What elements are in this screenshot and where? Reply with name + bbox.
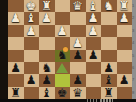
square-b7[interactable]: ♝ (101, 74, 117, 86)
square-g4[interactable] (24, 37, 40, 49)
status-bar (0, 99, 136, 102)
piece-bP-a7[interactable]: ♟ (119, 74, 130, 86)
piece-bB-b7[interactable]: ♝ (103, 74, 114, 86)
square-f8[interactable]: ♝ (39, 87, 55, 99)
square-g3[interactable]: ♟ (24, 25, 40, 37)
square-e3[interactable]: ♟ (55, 25, 71, 37)
piece-wP-e3[interactable]: ♟ (57, 25, 68, 37)
square-h7[interactable] (8, 74, 24, 86)
square-d5[interactable]: ♟ (70, 50, 86, 62)
square-d7[interactable]: ♟ (70, 74, 86, 86)
square-c5[interactable]: ♟ (86, 50, 102, 62)
square-d2[interactable] (70, 12, 86, 24)
piece-bP-d5[interactable]: ♟ (72, 49, 83, 61)
piece-bR-b8[interactable]: ♜ (103, 87, 114, 99)
square-c2[interactable]: ♟ (86, 12, 102, 24)
piece-wP-h2[interactable]: ♟ (10, 12, 21, 24)
square-b4[interactable] (101, 37, 117, 49)
square-e7[interactable] (55, 74, 71, 86)
chess-app-screenshot: ♚♜♛♝♞♜♟♝♟♟♟♟♟♟♟♞♟♟♟♞♟♟♟♟♝♟♜♝♚♛♜ 12345678 (0, 0, 136, 102)
square-b8[interactable]: ♜ (101, 87, 117, 99)
piece-wP-f2[interactable]: ♟ (41, 12, 52, 24)
square-d1[interactable]: ♛ (70, 0, 86, 12)
left-margin (0, 0, 8, 99)
piece-wQ-d1[interactable]: ♛ (72, 0, 83, 12)
piece-bP-c5[interactable]: ♟ (88, 49, 99, 61)
rank-label-6: 6 (130, 66, 136, 70)
piece-wP-c3[interactable]: ♟ (88, 25, 99, 37)
square-g7[interactable]: ♟ (24, 74, 40, 86)
square-d8[interactable]: ♛ (70, 87, 86, 99)
piece-bQ-d8[interactable]: ♛ (72, 87, 83, 99)
square-c3[interactable]: ♟ (86, 25, 102, 37)
captured-pieces-indicator (87, 99, 97, 102)
square-e6[interactable] (55, 62, 71, 74)
square-h8[interactable]: ♜ (8, 87, 24, 99)
square-e5[interactable]: ♞ (55, 50, 71, 62)
piece-bP-f7[interactable]: ♟ (41, 74, 52, 86)
square-h6[interactable]: ♟ (8, 62, 24, 74)
rank-label-8: 8 (130, 91, 136, 95)
piece-bR-h8[interactable]: ♜ (10, 87, 21, 99)
square-c7[interactable] (86, 74, 102, 86)
piece-wP-c2[interactable]: ♟ (88, 12, 99, 24)
square-h2[interactable]: ♟ (8, 12, 24, 24)
piece-bP-h6[interactable]: ♟ (10, 62, 21, 74)
piece-wP-g3[interactable]: ♟ (26, 25, 37, 37)
square-f2[interactable]: ♟ (39, 12, 55, 24)
square-h3[interactable] (8, 25, 24, 37)
piece-wP-a2[interactable]: ♟ (119, 12, 130, 24)
rank-label-5: 5 (130, 54, 136, 58)
board[interactable]: ♚♜♛♝♞♜♟♝♟♟♟♟♟♟♟♞♟♟♟♞♟♟♟♟♝♟♜♝♚♛♜ (8, 0, 132, 99)
square-e8[interactable]: ♚ (55, 87, 71, 99)
rank-label-1: 1 (130, 4, 136, 8)
rank-label-2: 2 (130, 16, 136, 20)
square-c8[interactable] (86, 87, 102, 99)
square-g5[interactable] (24, 50, 40, 62)
square-c6[interactable] (86, 62, 102, 74)
square-f4[interactable] (39, 37, 55, 49)
square-f7[interactable]: ♟ (39, 74, 55, 86)
square-b3[interactable] (101, 25, 117, 37)
rank-label-4: 4 (130, 41, 136, 45)
piece-bB-f8[interactable]: ♝ (41, 87, 52, 99)
piece-bK-e8[interactable]: ♚ (57, 87, 68, 99)
piece-bP-d7[interactable]: ♟ (72, 74, 83, 86)
square-h4[interactable] (8, 37, 24, 49)
clock-indicator (100, 99, 113, 102)
square-e2[interactable] (55, 12, 71, 24)
piece-bN-e5[interactable]: ♞ (57, 49, 68, 61)
square-g8[interactable] (24, 87, 40, 99)
square-g2[interactable]: ♝ (24, 12, 40, 24)
rank-label-3: 3 (130, 29, 136, 33)
piece-wN-b1[interactable]: ♞ (103, 0, 114, 12)
piece-wB-g2[interactable]: ♝ (26, 12, 37, 24)
piece-bP-g7[interactable]: ♟ (26, 74, 37, 86)
square-f3[interactable] (39, 25, 55, 37)
square-e1[interactable] (55, 0, 71, 12)
square-b2[interactable] (101, 12, 117, 24)
square-b1[interactable]: ♞ (101, 0, 117, 12)
rank-label-7: 7 (130, 78, 136, 82)
